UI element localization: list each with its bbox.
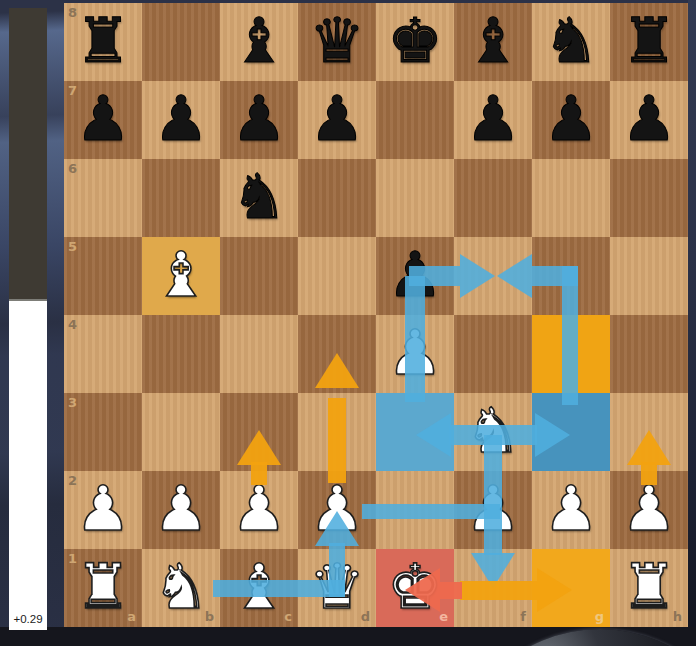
piece-black-pawn-h7[interactable]: ♟ <box>610 81 688 159</box>
piece-black-bishop-f8[interactable]: ♝ <box>454 3 532 81</box>
piece-black-pawn-g7[interactable]: ♟ <box>532 81 610 159</box>
piece-white-rook-h1[interactable]: ♜ <box>610 549 688 627</box>
board-pieces-layer: ♜♝♛♚♝♞♜♟♟♟♟♟♟♟♞♟♝♟♞♟♟♟♟♟♟♟♜♞♝♛♚♜ <box>64 3 688 627</box>
piece-black-knight-g8[interactable]: ♞ <box>532 3 610 81</box>
piece-white-queen-d1[interactable]: ♛ <box>298 549 376 627</box>
piece-white-pawn-g2[interactable]: ♟ <box>532 471 610 549</box>
evaluation-value: +0.29 <box>9 613 47 625</box>
piece-black-pawn-b7[interactable]: ♟ <box>142 81 220 159</box>
piece-white-rook-a1[interactable]: ♜ <box>64 549 142 627</box>
piece-white-pawn-e4[interactable]: ♟ <box>376 315 454 393</box>
piece-white-bishop-c1[interactable]: ♝ <box>220 549 298 627</box>
piece-black-pawn-d7[interactable]: ♟ <box>298 81 376 159</box>
piece-black-pawn-c7[interactable]: ♟ <box>220 81 298 159</box>
piece-black-queen-d8[interactable]: ♛ <box>298 3 376 81</box>
piece-black-knight-c6[interactable]: ♞ <box>220 159 298 237</box>
chess-analysis-page: +0.29 87654321abcdefgh ♜♝♛♚♝♞♜♟♟♟♟♟♟♟♞♟♝… <box>0 0 696 646</box>
piece-white-pawn-f2[interactable]: ♟ <box>454 471 532 549</box>
piece-black-bishop-c8[interactable]: ♝ <box>220 3 298 81</box>
piece-white-pawn-c2[interactable]: ♟ <box>220 471 298 549</box>
piece-white-bishop-b5[interactable]: ♝ <box>142 237 220 315</box>
piece-white-pawn-a2[interactable]: ♟ <box>64 471 142 549</box>
piece-black-rook-h8[interactable]: ♜ <box>610 3 688 81</box>
background-right-strip <box>688 0 696 646</box>
piece-white-pawn-d2[interactable]: ♟ <box>298 471 376 549</box>
piece-black-rook-a8[interactable]: ♜ <box>64 3 142 81</box>
evaluation-bar-black-portion <box>9 8 47 301</box>
piece-black-king-e8[interactable]: ♚ <box>376 3 454 81</box>
piece-white-pawn-h2[interactable]: ♟ <box>610 471 688 549</box>
chess-board[interactable]: 87654321abcdefgh ♜♝♛♚♝♞♜♟♟♟♟♟♟♟♞♟♝♟♞♟♟♟♟… <box>64 3 688 627</box>
evaluation-bar: +0.29 <box>9 8 47 630</box>
piece-black-pawn-e5[interactable]: ♟ <box>376 237 454 315</box>
piece-black-pawn-f7[interactable]: ♟ <box>454 81 532 159</box>
piece-black-pawn-a7[interactable]: ♟ <box>64 81 142 159</box>
piece-white-knight-f3[interactable]: ♞ <box>454 393 532 471</box>
piece-white-pawn-b2[interactable]: ♟ <box>142 471 220 549</box>
piece-white-king-e1[interactable]: ♚ <box>376 549 454 627</box>
piece-white-knight-b1[interactable]: ♞ <box>142 549 220 627</box>
